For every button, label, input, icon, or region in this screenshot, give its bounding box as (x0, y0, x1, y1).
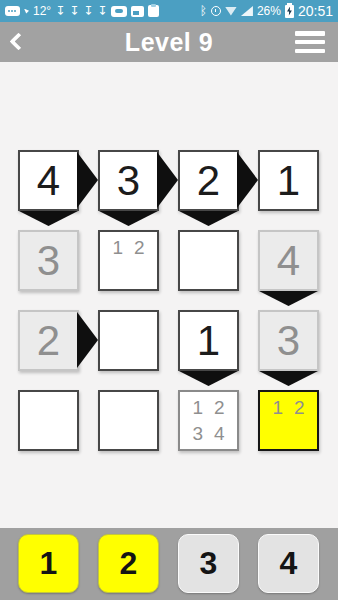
numpad-button-4[interactable]: 4 (258, 534, 319, 593)
hamburger-menu-button[interactable] (295, 31, 325, 53)
number-pad: 1234 (18, 534, 319, 593)
cell-r2c4[interactable]: 4 (258, 230, 319, 291)
clipboard-icon (148, 5, 159, 17)
cell-r1c3[interactable]: 2 (178, 150, 239, 211)
temperature-text: 12° (33, 5, 51, 17)
download-icon: ↧ (55, 5, 65, 17)
wifi-icon (225, 7, 237, 16)
board: 43213124213123412 (18, 150, 319, 451)
inequality-arrow-down-r2c4 (259, 291, 318, 306)
inequality-arrow-down-r3c4 (259, 371, 318, 386)
page-title: Level 9 (0, 22, 338, 62)
cell-value: 1 (197, 320, 220, 362)
inequality-arrow-down-r1c3 (179, 211, 238, 226)
cell-r1c2[interactable]: 3 (98, 150, 159, 211)
numpad-button-3[interactable]: 3 (178, 534, 239, 593)
battery-charging-icon (285, 5, 294, 18)
cell-r3c1[interactable]: 2 (18, 310, 79, 371)
cell-r4c3[interactable]: 1234 (178, 390, 239, 451)
cell-r3c3[interactable]: 1 (178, 310, 239, 371)
cell-value: 4 (277, 240, 300, 282)
pencil-marks: 12 (260, 392, 317, 449)
cell-r4c4[interactable]: 12 (258, 390, 319, 451)
inequality-arrow-right-r1c3 (237, 152, 258, 208)
app-screen: 12° ↧ ↧ ↧ ↧ ᛒ 26% 20:51 Level 9 43213124… (0, 0, 338, 600)
cell-r2c2[interactable]: 12 (98, 230, 159, 291)
cell-value: 3 (277, 320, 300, 362)
battery-percent-text: 26% (257, 5, 281, 17)
cell-r2c3[interactable] (178, 230, 239, 291)
signal-icon (241, 6, 253, 16)
cell-value: 2 (197, 160, 220, 202)
cell-value: 3 (37, 240, 60, 282)
cell-value: 4 (37, 160, 60, 202)
download-icon: ↧ (83, 5, 93, 17)
app-bar: Level 9 (0, 22, 338, 62)
cell-r1c1[interactable]: 4 (18, 150, 79, 211)
download-icon: ↧ (69, 5, 79, 17)
number-picker-bar: 1234 (0, 528, 338, 600)
inequality-arrow-down-r1c1 (19, 211, 78, 226)
cell-r4c1[interactable] (18, 390, 79, 451)
smartview-icon (111, 6, 127, 17)
alarm-icon (211, 6, 221, 16)
status-bar: 12° ↧ ↧ ↧ ↧ ᛒ 26% 20:51 (0, 0, 338, 22)
chat-bubble-icon (5, 6, 20, 16)
cell-r3c2[interactable] (98, 310, 159, 371)
inequality-arrow-right-r1c2 (157, 152, 178, 208)
numpad-button-1[interactable]: 1 (18, 534, 79, 593)
cell-value: 1 (277, 160, 300, 202)
cell-r1c4[interactable]: 1 (258, 150, 319, 211)
cell-r2c1[interactable]: 3 (18, 230, 79, 291)
gallery-icon (131, 6, 144, 17)
cell-value: 2 (37, 320, 60, 362)
numpad-button-2[interactable]: 2 (98, 534, 159, 593)
bluetooth-icon: ᛒ (200, 5, 207, 17)
cell-r4c2[interactable] (98, 390, 159, 451)
inequality-arrow-right-r3c1 (77, 312, 98, 368)
pencil-marks: 12 (100, 232, 157, 289)
cell-r3c4[interactable]: 3 (258, 310, 319, 371)
inequality-arrow-down-r1c2 (99, 211, 158, 226)
inequality-arrow-right-r1c1 (77, 152, 98, 208)
clock-text: 20:51 (298, 4, 333, 18)
inequality-arrow-down-r3c3 (179, 371, 238, 386)
cursor-dot-icon (24, 9, 29, 14)
download-icon: ↧ (97, 5, 107, 17)
pencil-marks: 1234 (180, 392, 237, 449)
cell-value: 3 (117, 160, 140, 202)
